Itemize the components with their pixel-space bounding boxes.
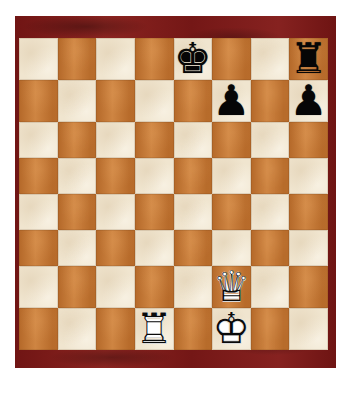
square-c3[interactable] <box>96 230 135 266</box>
square-g6[interactable] <box>251 122 290 158</box>
square-d1[interactable]: ♜♖ <box>135 308 174 350</box>
white-rook-outline: ♖ <box>135 304 173 353</box>
square-b4[interactable] <box>58 194 97 230</box>
square-e7[interactable] <box>174 80 213 122</box>
square-h8[interactable]: ♜ <box>289 38 328 80</box>
square-b3[interactable] <box>58 230 97 266</box>
square-a4[interactable] <box>19 194 58 230</box>
square-g3[interactable] <box>251 230 290 266</box>
black-rook: ♜ <box>290 38 328 80</box>
page: ♚♜♟♟♛♕♜♖♚♔ <box>0 0 362 396</box>
square-h1[interactable] <box>289 308 328 350</box>
square-e6[interactable] <box>174 122 213 158</box>
square-e8[interactable]: ♚ <box>174 38 213 80</box>
square-d7[interactable] <box>135 80 174 122</box>
black-king: ♚ <box>174 38 212 80</box>
square-a6[interactable] <box>19 122 58 158</box>
square-g2[interactable] <box>251 266 290 308</box>
square-a1[interactable] <box>19 308 58 350</box>
square-e1[interactable] <box>174 308 213 350</box>
square-c6[interactable] <box>96 122 135 158</box>
square-f1[interactable]: ♚♔ <box>212 308 251 350</box>
white-king: ♚♔ <box>213 308 251 350</box>
square-b7[interactable] <box>58 80 97 122</box>
square-d5[interactable] <box>135 158 174 194</box>
square-h3[interactable] <box>289 230 328 266</box>
square-a5[interactable] <box>19 158 58 194</box>
square-c8[interactable] <box>96 38 135 80</box>
square-f6[interactable] <box>212 122 251 158</box>
square-d3[interactable] <box>135 230 174 266</box>
square-b2[interactable] <box>58 266 97 308</box>
square-a7[interactable] <box>19 80 58 122</box>
square-e4[interactable] <box>174 194 213 230</box>
square-d8[interactable] <box>135 38 174 80</box>
square-e2[interactable] <box>174 266 213 308</box>
square-h5[interactable] <box>289 158 328 194</box>
square-c4[interactable] <box>96 194 135 230</box>
square-g8[interactable] <box>251 38 290 80</box>
board-frame: ♚♜♟♟♛♕♜♖♚♔ <box>15 16 336 368</box>
square-f5[interactable] <box>212 158 251 194</box>
square-a3[interactable] <box>19 230 58 266</box>
square-d4[interactable] <box>135 194 174 230</box>
square-g1[interactable] <box>251 308 290 350</box>
square-a2[interactable] <box>19 266 58 308</box>
square-f8[interactable] <box>212 38 251 80</box>
square-c1[interactable] <box>96 308 135 350</box>
square-f3[interactable] <box>212 230 251 266</box>
square-f2[interactable]: ♛♕ <box>212 266 251 308</box>
square-g7[interactable] <box>251 80 290 122</box>
square-f7[interactable]: ♟ <box>212 80 251 122</box>
black-pawn: ♟ <box>213 80 251 122</box>
chess-board: ♚♜♟♟♛♕♜♖♚♔ <box>19 38 328 350</box>
white-king-outline: ♔ <box>213 304 251 353</box>
square-d2[interactable] <box>135 266 174 308</box>
square-g4[interactable] <box>251 194 290 230</box>
square-b8[interactable] <box>58 38 97 80</box>
square-e3[interactable] <box>174 230 213 266</box>
square-c5[interactable] <box>96 158 135 194</box>
square-b5[interactable] <box>58 158 97 194</box>
square-h4[interactable] <box>289 194 328 230</box>
square-g5[interactable] <box>251 158 290 194</box>
square-c2[interactable] <box>96 266 135 308</box>
square-h6[interactable] <box>289 122 328 158</box>
white-queen: ♛♕ <box>213 266 251 308</box>
square-b6[interactable] <box>58 122 97 158</box>
square-h7[interactable]: ♟ <box>289 80 328 122</box>
square-c7[interactable] <box>96 80 135 122</box>
square-e5[interactable] <box>174 158 213 194</box>
black-pawn: ♟ <box>290 80 328 122</box>
square-f4[interactable] <box>212 194 251 230</box>
white-rook: ♜♖ <box>135 308 173 350</box>
square-b1[interactable] <box>58 308 97 350</box>
square-a8[interactable] <box>19 38 58 80</box>
square-h2[interactable] <box>289 266 328 308</box>
square-d6[interactable] <box>135 122 174 158</box>
